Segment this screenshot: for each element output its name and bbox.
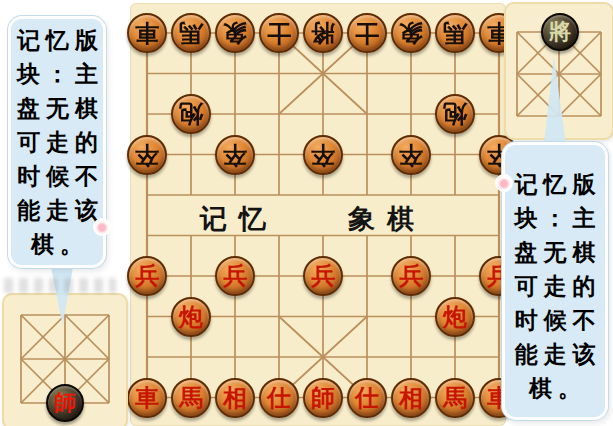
piece-red-師[interactable]: 師 <box>303 378 343 418</box>
bubble-text-line: 棋。 <box>505 373 605 407</box>
piece-black-象[interactable]: 象 <box>391 13 431 53</box>
piece-red-general[interactable]: 師 <box>46 384 84 422</box>
bubble-text-line: 块：主 <box>505 203 605 237</box>
piece-black-將[interactable]: 將 <box>303 13 343 53</box>
piece-black-general[interactable]: 將 <box>541 13 579 51</box>
piece-black-車[interactable]: 車 <box>127 13 167 53</box>
bubble-text-line: 可走的 <box>11 127 103 161</box>
xiangqi-screen: 记忆 象棋 車馬象士將士象馬車炮炮卒卒卒卒卒兵兵兵兵兵炮炮車馬相仕師仕相馬車 將… <box>0 0 613 426</box>
main-xiangqi-board[interactable]: 记忆 象棋 車馬象士將士象馬車炮炮卒卒卒卒卒兵兵兵兵兵炮炮車馬相仕師仕相馬車 <box>130 3 506 426</box>
bubble-text-line: 盘无棋 <box>505 237 605 271</box>
memory-board-bottom-left[interactable]: 師 <box>2 293 128 426</box>
bubble-text-line: 记忆版 <box>505 169 605 203</box>
piece-red-車[interactable]: 車 <box>127 378 167 418</box>
speech-bubble-right: 记忆版 块：主 盘无棋 可走的 时候不 能走该 棋。 <box>502 142 608 420</box>
piece-black-象[interactable]: 象 <box>215 13 255 53</box>
piece-black-卒[interactable]: 卒 <box>127 135 167 175</box>
cloud-decoration <box>497 176 511 190</box>
piece-black-卒[interactable]: 卒 <box>303 135 343 175</box>
piece-black-炮[interactable]: 炮 <box>435 94 475 134</box>
piece-red-相[interactable]: 相 <box>391 378 431 418</box>
piece-red-馬[interactable]: 馬 <box>435 378 475 418</box>
piece-red-相[interactable]: 相 <box>215 378 255 418</box>
river-label-right: 象棋 <box>348 201 426 237</box>
piece-black-炮[interactable]: 炮 <box>171 94 211 134</box>
bubble-text-line: 能走该 <box>11 195 103 229</box>
bubble-text-line: 块：主 <box>11 59 103 93</box>
speech-bubble-left: 记忆版 块：主 盘无棋 可走的 时候不 能走该 棋。 <box>8 16 106 268</box>
piece-black-士[interactable]: 士 <box>259 13 299 53</box>
cloud-decoration <box>95 220 109 234</box>
piece-red-炮[interactable]: 炮 <box>171 297 211 337</box>
piece-red-馬[interactable]: 馬 <box>171 378 211 418</box>
bubble-text-line: 棋。 <box>11 229 103 263</box>
faded-ghost-text <box>4 278 116 293</box>
piece-black-馬[interactable]: 馬 <box>435 13 475 53</box>
piece-red-仕[interactable]: 仕 <box>347 378 387 418</box>
bubble-text-line: 盘无棋 <box>11 93 103 127</box>
bubble-text-line: 时候不 <box>505 305 605 339</box>
piece-red-兵[interactable]: 兵 <box>391 256 431 296</box>
bubble-text-line: 记忆版 <box>11 25 103 59</box>
bubble-text-line: 能走该 <box>505 339 605 373</box>
piece-black-馬[interactable]: 馬 <box>171 13 211 53</box>
piece-black-士[interactable]: 士 <box>347 13 387 53</box>
river-label-left: 记忆 <box>200 201 278 237</box>
bubble-text-line: 可走的 <box>505 271 605 305</box>
piece-black-卒[interactable]: 卒 <box>391 135 431 175</box>
bubble-text-line: 时候不 <box>11 161 103 195</box>
piece-red-兵[interactable]: 兵 <box>127 256 167 296</box>
piece-red-炮[interactable]: 炮 <box>435 297 475 337</box>
piece-red-兵[interactable]: 兵 <box>215 256 255 296</box>
board-grid <box>130 3 506 426</box>
piece-black-卒[interactable]: 卒 <box>215 135 255 175</box>
piece-red-兵[interactable]: 兵 <box>303 256 343 296</box>
piece-red-仕[interactable]: 仕 <box>259 378 299 418</box>
